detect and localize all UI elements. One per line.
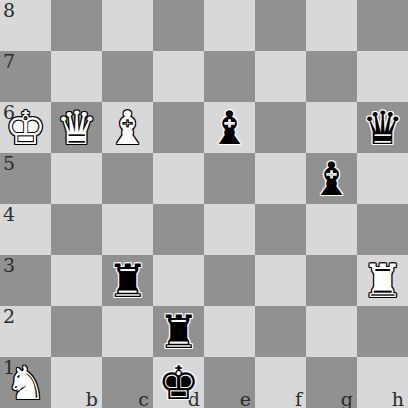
square-g1[interactable]: g (306, 357, 357, 408)
square-b4[interactable] (51, 204, 102, 255)
square-d1[interactable]: d♚ (153, 357, 204, 408)
rank-label-3: 3 (3, 255, 15, 276)
square-f3[interactable] (255, 255, 306, 306)
square-f1[interactable]: f (255, 357, 306, 408)
square-e4[interactable] (204, 204, 255, 255)
square-b5[interactable] (51, 153, 102, 204)
rank-label-8: 8 (3, 0, 15, 21)
rank-label-4: 4 (3, 204, 15, 225)
square-h3[interactable]: ♜ (357, 255, 408, 306)
square-c6[interactable]: ♝ (102, 102, 153, 153)
square-a5[interactable]: 5 (0, 153, 51, 204)
square-a2[interactable]: 2 (0, 306, 51, 357)
square-f4[interactable] (255, 204, 306, 255)
square-f6[interactable] (255, 102, 306, 153)
square-h5[interactable] (357, 153, 408, 204)
file-label-g: g (341, 388, 353, 408)
square-a4[interactable]: 4 (0, 204, 51, 255)
file-label-h: h (392, 388, 404, 408)
square-f7[interactable] (255, 51, 306, 102)
square-g3[interactable] (306, 255, 357, 306)
square-d8[interactable] (153, 0, 204, 51)
square-d4[interactable] (153, 204, 204, 255)
piece-white-king[interactable]: ♚ (5, 103, 46, 153)
square-h6[interactable]: ♛ (357, 102, 408, 153)
square-a1[interactable]: 1♞ (0, 357, 51, 408)
square-g7[interactable] (306, 51, 357, 102)
square-c5[interactable] (102, 153, 153, 204)
square-h4[interactable] (357, 204, 408, 255)
piece-black-rook[interactable]: ♜ (158, 307, 199, 357)
square-g4[interactable] (306, 204, 357, 255)
rank-label-5: 5 (3, 153, 15, 174)
piece-black-king[interactable]: ♚ (158, 358, 199, 408)
file-label-b: b (86, 388, 98, 408)
square-e6[interactable]: ♝ (204, 102, 255, 153)
rank-label-2: 2 (3, 306, 15, 327)
square-e7[interactable] (204, 51, 255, 102)
piece-white-rook[interactable]: ♜ (362, 256, 403, 306)
square-h7[interactable] (357, 51, 408, 102)
square-f2[interactable] (255, 306, 306, 357)
piece-white-knight[interactable]: ♞ (5, 358, 46, 408)
square-b6[interactable]: ♛ (51, 102, 102, 153)
square-b1[interactable]: b (51, 357, 102, 408)
square-c1[interactable]: c (102, 357, 153, 408)
square-d3[interactable] (153, 255, 204, 306)
square-g5[interactable]: ♝ (306, 153, 357, 204)
square-d2[interactable]: ♜ (153, 306, 204, 357)
square-d5[interactable] (153, 153, 204, 204)
square-h8[interactable] (357, 0, 408, 51)
square-c7[interactable] (102, 51, 153, 102)
chess-board: 876♚♛♝♝♛5♝43♜♜2♜1♞bcd♚efgh (0, 0, 408, 408)
square-e5[interactable] (204, 153, 255, 204)
piece-black-bishop[interactable]: ♝ (311, 154, 352, 204)
piece-white-bishop[interactable]: ♝ (107, 103, 148, 153)
square-g8[interactable] (306, 0, 357, 51)
piece-white-queen[interactable]: ♛ (56, 103, 97, 153)
square-a6[interactable]: 6♚ (0, 102, 51, 153)
square-e8[interactable] (204, 0, 255, 51)
square-g6[interactable] (306, 102, 357, 153)
square-b7[interactable] (51, 51, 102, 102)
square-h1[interactable]: h (357, 357, 408, 408)
file-label-f: f (295, 388, 302, 408)
square-a3[interactable]: 3 (0, 255, 51, 306)
square-f8[interactable] (255, 0, 306, 51)
square-c4[interactable] (102, 204, 153, 255)
square-h2[interactable] (357, 306, 408, 357)
square-e3[interactable] (204, 255, 255, 306)
square-g2[interactable] (306, 306, 357, 357)
square-a8[interactable]: 8 (0, 0, 51, 51)
piece-black-bishop[interactable]: ♝ (209, 103, 250, 153)
square-c8[interactable] (102, 0, 153, 51)
rank-label-7: 7 (3, 51, 15, 72)
square-b8[interactable] (51, 0, 102, 51)
square-c2[interactable] (102, 306, 153, 357)
file-label-e: e (240, 388, 251, 408)
square-d6[interactable] (153, 102, 204, 153)
piece-black-queen[interactable]: ♛ (362, 103, 403, 153)
square-b3[interactable] (51, 255, 102, 306)
piece-black-rook[interactable]: ♜ (107, 256, 148, 306)
square-b2[interactable] (51, 306, 102, 357)
square-d7[interactable] (153, 51, 204, 102)
square-c3[interactable]: ♜ (102, 255, 153, 306)
square-a7[interactable]: 7 (0, 51, 51, 102)
square-f5[interactable] (255, 153, 306, 204)
square-e1[interactable]: e (204, 357, 255, 408)
file-label-c: c (138, 388, 149, 408)
square-e2[interactable] (204, 306, 255, 357)
